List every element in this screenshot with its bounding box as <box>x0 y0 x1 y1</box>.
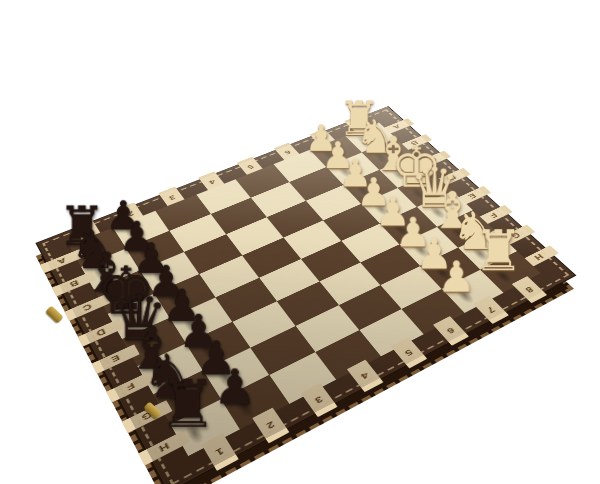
rook-glyph: ♜ <box>473 223 517 279</box>
scene: ABCDEFGH8♜♞♝♚♛♝♞♜87♟♟♟♟♟♟♟♟7665544332♟♟♟… <box>0 0 600 484</box>
board-perspective-wrap: ABCDEFGH8♜♞♝♚♛♝♞♜87♟♟♟♟♟♟♟♟7665544332♟♟♟… <box>0 0 600 484</box>
rook-glyph: ♜ <box>158 372 210 438</box>
pawn-glyph: ♟ <box>210 364 260 412</box>
pawn-glyph: ♟ <box>434 256 479 299</box>
